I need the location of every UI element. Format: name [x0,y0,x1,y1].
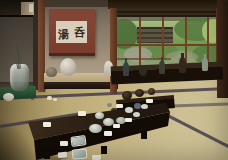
ceramic-bowl [89,124,102,133]
hanging-scroll: 湯 呑 [49,9,95,56]
sill-vase [123,62,129,76]
cabinet-label [29,4,33,12]
window-rail [116,44,222,46]
rolled-blind [112,9,224,17]
display-ledge-front [44,82,118,89]
wood-post [217,0,228,98]
square-dish [70,135,86,147]
calligraphy-char-right: 呑 [74,26,85,37]
garden-building [137,27,173,43]
price-label [43,122,51,127]
price-label [116,104,123,108]
scroll-rod [49,53,95,56]
scroll-paper: 湯 呑 [56,21,87,43]
price-label [125,118,132,122]
blue-jar [134,103,141,109]
tea-bowl [148,88,155,95]
white-jar [60,58,76,76]
price-label [78,111,86,116]
ceramic-cup [133,112,140,117]
square-dish [72,148,88,160]
price-label [92,155,101,160]
plant-branches [2,36,36,70]
lintel-beam [44,0,116,7]
white-bowl [3,93,14,101]
sill-jar [139,65,147,76]
sill-bottle [179,57,186,73]
calligraphy-char-left: 湯 [58,28,70,40]
price-label [60,141,68,146]
window-beam [108,0,228,9]
sill-vase [202,58,208,71]
tea-bowl [135,89,144,97]
ceramic-bowl [95,112,104,119]
price-label [58,152,68,159]
room-photo: 湯 呑 [0,0,228,160]
price-label [104,131,112,136]
price-label [113,124,120,128]
tea-bowl [122,91,132,100]
gray-pot [46,67,57,77]
sill-vase [159,61,165,74]
ceramic-cup [141,104,148,109]
ceramic-cup [125,107,133,113]
price-label [146,99,153,103]
